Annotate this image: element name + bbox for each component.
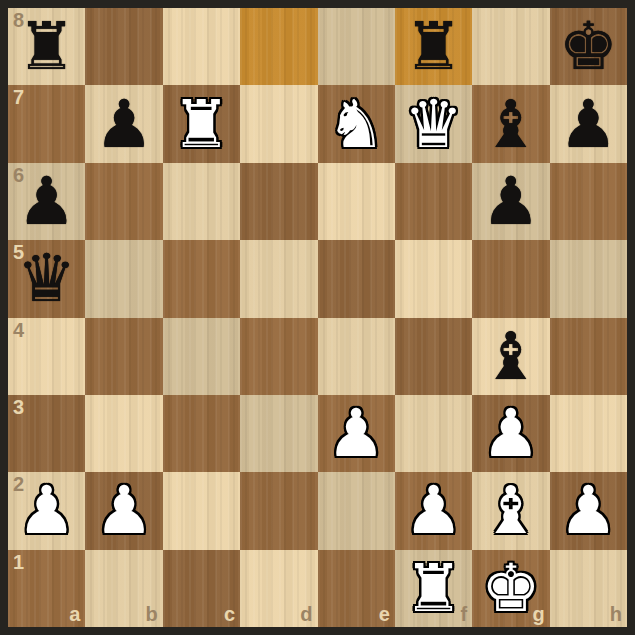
file-label-h: h — [610, 603, 622, 626]
square-d1[interactable]: d — [240, 550, 317, 627]
piece-black-bishop-g7[interactable]: ♝ — [481, 86, 540, 163]
square-a8[interactable]: ♜8 — [8, 8, 85, 85]
file-label-a: a — [69, 603, 80, 626]
square-g1[interactable]: ♚g — [472, 550, 549, 627]
square-g3[interactable]: ♟ — [472, 395, 549, 472]
square-f5[interactable] — [395, 240, 472, 317]
square-g4[interactable]: ♝ — [472, 318, 549, 395]
square-a3[interactable]: 3 — [8, 395, 85, 472]
file-label-c: c — [224, 603, 235, 626]
square-h8[interactable]: ♚ — [550, 8, 627, 85]
file-label-b: b — [146, 603, 158, 626]
square-a1[interactable]: 1a — [8, 550, 85, 627]
piece-white-pawn-h2[interactable]: ♟ — [559, 472, 618, 549]
square-b2[interactable]: ♟ — [85, 472, 162, 549]
square-h7[interactable]: ♟ — [550, 85, 627, 162]
square-h2[interactable]: ♟ — [550, 472, 627, 549]
piece-black-pawn-b7[interactable]: ♟ — [94, 86, 153, 163]
square-f1[interactable]: ♜f — [395, 550, 472, 627]
square-a7[interactable]: 7 — [8, 85, 85, 162]
square-e1[interactable]: e — [318, 550, 395, 627]
file-label-e: e — [379, 603, 390, 626]
piece-white-pawn-g3[interactable]: ♟ — [481, 395, 540, 472]
square-b4[interactable] — [85, 318, 162, 395]
piece-white-pawn-a2[interactable]: ♟ — [17, 472, 76, 549]
square-c5[interactable] — [163, 240, 240, 317]
piece-white-rook-c7[interactable]: ♜ — [172, 86, 231, 163]
square-h1[interactable]: h — [550, 550, 627, 627]
square-c7[interactable]: ♜ — [163, 85, 240, 162]
square-b8[interactable] — [85, 8, 162, 85]
square-b3[interactable] — [85, 395, 162, 472]
square-f3[interactable] — [395, 395, 472, 472]
square-b5[interactable] — [85, 240, 162, 317]
piece-black-king-h8[interactable]: ♚ — [559, 8, 618, 85]
square-c2[interactable] — [163, 472, 240, 549]
piece-black-pawn-g6[interactable]: ♟ — [481, 163, 540, 240]
piece-white-king-g1[interactable]: ♚ — [481, 550, 540, 627]
square-e5[interactable] — [318, 240, 395, 317]
square-d2[interactable] — [240, 472, 317, 549]
square-a5[interactable]: ♛5 — [8, 240, 85, 317]
piece-black-pawn-a6[interactable]: ♟ — [17, 163, 76, 240]
rank-label-1: 1 — [13, 551, 24, 574]
square-c1[interactable]: c — [163, 550, 240, 627]
square-a6[interactable]: ♟6 — [8, 163, 85, 240]
rank-label-7: 7 — [13, 86, 24, 109]
square-d5[interactable] — [240, 240, 317, 317]
square-f4[interactable] — [395, 318, 472, 395]
square-e8[interactable] — [318, 8, 395, 85]
square-h5[interactable] — [550, 240, 627, 317]
square-d4[interactable] — [240, 318, 317, 395]
piece-black-rook-a8[interactable]: ♜ — [17, 8, 76, 85]
rank-label-3: 3 — [13, 396, 24, 419]
square-e6[interactable] — [318, 163, 395, 240]
piece-white-queen-f7[interactable]: ♛ — [404, 86, 463, 163]
square-a2[interactable]: ♟2 — [8, 472, 85, 549]
piece-white-bishop-g2[interactable]: ♝ — [481, 472, 540, 549]
piece-white-knight-e7[interactable]: ♞ — [327, 86, 386, 163]
square-d3[interactable] — [240, 395, 317, 472]
piece-black-pawn-h7[interactable]: ♟ — [559, 86, 618, 163]
square-g7[interactable]: ♝ — [472, 85, 549, 162]
piece-black-bishop-g4[interactable]: ♝ — [481, 318, 540, 395]
square-b1[interactable]: b — [85, 550, 162, 627]
piece-white-pawn-f2[interactable]: ♟ — [404, 472, 463, 549]
square-f8[interactable]: ♜ — [395, 8, 472, 85]
square-d6[interactable] — [240, 163, 317, 240]
square-f6[interactable] — [395, 163, 472, 240]
piece-white-rook-f1[interactable]: ♜ — [404, 550, 463, 627]
square-b6[interactable] — [85, 163, 162, 240]
piece-white-pawn-b2[interactable]: ♟ — [94, 472, 153, 549]
square-c4[interactable] — [163, 318, 240, 395]
square-e3[interactable]: ♟ — [318, 395, 395, 472]
square-g5[interactable] — [472, 240, 549, 317]
piece-white-pawn-e3[interactable]: ♟ — [327, 395, 386, 472]
rank-label-4: 4 — [13, 319, 24, 342]
square-a4[interactable]: 4 — [8, 318, 85, 395]
square-d7[interactable] — [240, 85, 317, 162]
square-c3[interactable] — [163, 395, 240, 472]
chess-board: ♜8♜♚7♟♜♞♛♝♟♟6♟♛54♝3♟♟♟2♟♟♝♟1abcde♜f♚gh — [8, 8, 627, 627]
square-c8[interactable] — [163, 8, 240, 85]
square-h3[interactable] — [550, 395, 627, 472]
square-h6[interactable] — [550, 163, 627, 240]
square-g2[interactable]: ♝ — [472, 472, 549, 549]
square-f2[interactable]: ♟ — [395, 472, 472, 549]
piece-black-rook-f8[interactable]: ♜ — [404, 8, 463, 85]
square-c6[interactable] — [163, 163, 240, 240]
board-frame: ♜8♜♚7♟♜♞♛♝♟♟6♟♛54♝3♟♟♟2♟♟♝♟1abcde♜f♚gh — [0, 0, 635, 635]
square-h4[interactable] — [550, 318, 627, 395]
square-e4[interactable] — [318, 318, 395, 395]
square-g8[interactable] — [472, 8, 549, 85]
piece-black-queen-a5[interactable]: ♛ — [17, 240, 76, 317]
square-g6[interactable]: ♟ — [472, 163, 549, 240]
square-f7[interactable]: ♛ — [395, 85, 472, 162]
square-b7[interactable]: ♟ — [85, 85, 162, 162]
square-e7[interactable]: ♞ — [318, 85, 395, 162]
file-label-d: d — [300, 603, 312, 626]
square-d8[interactable] — [240, 8, 317, 85]
square-e2[interactable] — [318, 472, 395, 549]
